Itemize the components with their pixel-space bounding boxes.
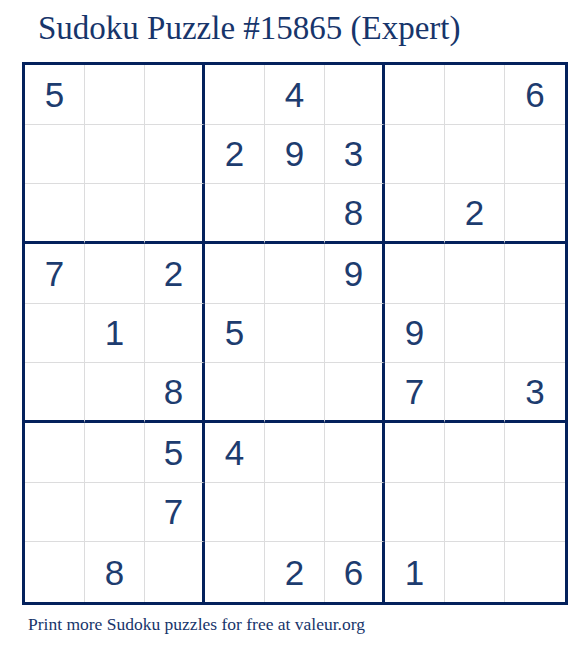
sudoku-cell-r6c8 [445,363,505,423]
sudoku-cell-r4c1: 7 [25,244,85,304]
sudoku-cell-r5c2: 1 [85,304,145,364]
sudoku-cell-r4c3: 2 [145,244,205,304]
sudoku-cell-r1c8 [445,65,505,125]
sudoku-cell-r3c8: 2 [445,184,505,244]
sudoku-cell-r9c7: 1 [385,542,445,602]
sudoku-cell-r5c1 [25,304,85,364]
sudoku-cell-r2c2 [85,125,145,185]
sudoku-cell-r2c4: 2 [205,125,265,185]
sudoku-cell-r1c2 [85,65,145,125]
sudoku-cell-r2c3 [145,125,205,185]
sudoku-cell-r6c2 [85,363,145,423]
sudoku-cell-r7c5 [265,423,325,483]
sudoku-cell-r2c7 [385,125,445,185]
sudoku-cell-r6c5 [265,363,325,423]
sudoku-cell-r4c2 [85,244,145,304]
sudoku-cell-r3c2 [85,184,145,244]
sudoku-cell-r8c8 [445,483,505,543]
sudoku-cell-r3c7 [385,184,445,244]
sudoku-cell-r7c9 [505,423,565,483]
sudoku-cell-r6c6 [325,363,385,423]
sudoku-cell-r9c6: 6 [325,542,385,602]
sudoku-cell-r2c1 [25,125,85,185]
sudoku-cell-r3c3 [145,184,205,244]
sudoku-cell-r8c2 [85,483,145,543]
sudoku-cell-r4c4 [205,244,265,304]
sudoku-cell-r6c3: 8 [145,363,205,423]
sudoku-cell-r8c7 [385,483,445,543]
sudoku-cell-r8c1 [25,483,85,543]
sudoku-cell-r5c3 [145,304,205,364]
sudoku-cell-r6c4 [205,363,265,423]
sudoku-cell-r5c7: 9 [385,304,445,364]
sudoku-cell-r9c4 [205,542,265,602]
sudoku-cell-r7c7 [385,423,445,483]
sudoku-cell-r5c9 [505,304,565,364]
sudoku-cell-r7c6 [325,423,385,483]
sudoku-cell-r1c9: 6 [505,65,565,125]
sudoku-cell-r9c5: 2 [265,542,325,602]
sudoku-cell-r6c1 [25,363,85,423]
sudoku-cell-r8c5 [265,483,325,543]
sudoku-cell-r3c6: 8 [325,184,385,244]
sudoku-cell-r5c6 [325,304,385,364]
sudoku-cell-r1c4 [205,65,265,125]
sudoku-cell-r6c9: 3 [505,363,565,423]
sudoku-cell-r4c5 [265,244,325,304]
sudoku-cell-r2c6: 3 [325,125,385,185]
sudoku-cell-r1c1: 5 [25,65,85,125]
sudoku-cell-r3c1 [25,184,85,244]
sudoku-cell-r2c5: 9 [265,125,325,185]
sudoku-cell-r8c4 [205,483,265,543]
sudoku-cell-r1c7 [385,65,445,125]
sudoku-cell-r5c5 [265,304,325,364]
sudoku-cell-r7c8 [445,423,505,483]
sudoku-cell-r8c3: 7 [145,483,205,543]
sudoku-cell-r4c9 [505,244,565,304]
sudoku-board: 546293827291598735478261 [22,62,568,605]
sudoku-cell-r1c3 [145,65,205,125]
sudoku-cell-r9c1 [25,542,85,602]
sudoku-cell-r9c3 [145,542,205,602]
sudoku-cell-r7c4: 4 [205,423,265,483]
sudoku-cell-r5c8 [445,304,505,364]
page-title: Sudoku Puzzle #15865 (Expert) [38,10,461,47]
sudoku-cell-r2c8 [445,125,505,185]
sudoku-cell-r1c6 [325,65,385,125]
sudoku-cell-r9c2: 8 [85,542,145,602]
sudoku-cell-r2c9 [505,125,565,185]
sudoku-cell-r4c8 [445,244,505,304]
sudoku-cell-r8c6 [325,483,385,543]
sudoku-cell-r9c9 [505,542,565,602]
sudoku-cell-r3c9 [505,184,565,244]
sudoku-cell-r4c7 [385,244,445,304]
sudoku-cell-r7c2 [85,423,145,483]
sudoku-cell-r1c5: 4 [265,65,325,125]
sudoku-cell-r7c1 [25,423,85,483]
sudoku-cell-r8c9 [505,483,565,543]
sudoku-cell-r6c7: 7 [385,363,445,423]
sudoku-cell-r9c8 [445,542,505,602]
sudoku-cell-r3c5 [265,184,325,244]
sudoku-cell-r7c3: 5 [145,423,205,483]
footer-text: Print more Sudoku puzzles for free at va… [28,614,365,635]
sudoku-cell-r3c4 [205,184,265,244]
sudoku-cell-r4c6: 9 [325,244,385,304]
sudoku-cell-r5c4: 5 [205,304,265,364]
